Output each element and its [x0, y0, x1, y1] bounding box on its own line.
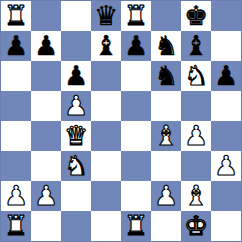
square-b4[interactable]	[31, 121, 61, 151]
square-e6[interactable]	[121, 61, 151, 91]
square-b2[interactable]: ♟	[31, 181, 61, 211]
square-d1[interactable]	[91, 211, 121, 241]
square-f4[interactable]: ♝	[151, 121, 181, 151]
square-a3[interactable]	[1, 151, 31, 181]
black-pawn-e7[interactable]: ♟	[124, 32, 148, 59]
white-rook-e8[interactable]: ♜	[124, 2, 148, 29]
white-pawn-a2[interactable]: ♟	[4, 182, 28, 209]
square-b1[interactable]	[31, 211, 61, 241]
white-rook-a8[interactable]: ♜	[4, 2, 28, 29]
square-h2[interactable]	[211, 181, 241, 211]
square-d7[interactable]: ♝	[91, 31, 121, 61]
square-d8[interactable]: ♛	[91, 1, 121, 31]
white-king-g1[interactable]: ♚	[184, 212, 208, 239]
square-c3[interactable]: ♞	[61, 151, 91, 181]
square-f8[interactable]	[151, 1, 181, 31]
square-h8[interactable]	[211, 1, 241, 31]
square-e1[interactable]: ♜	[121, 211, 151, 241]
square-a1[interactable]: ♜	[1, 211, 31, 241]
square-e2[interactable]	[121, 181, 151, 211]
square-c8[interactable]	[61, 1, 91, 31]
square-d6[interactable]	[91, 61, 121, 91]
white-bishop-f4[interactable]: ♝	[154, 122, 178, 149]
square-g5[interactable]	[181, 91, 211, 121]
square-b8[interactable]	[31, 1, 61, 31]
square-h4[interactable]	[211, 121, 241, 151]
black-king-g8[interactable]: ♚	[184, 2, 208, 29]
square-a7[interactable]: ♟	[1, 31, 31, 61]
square-f2[interactable]: ♟	[151, 181, 181, 211]
white-pawn-b2[interactable]: ♟	[34, 182, 58, 209]
black-queen-d8[interactable]: ♛	[94, 2, 118, 29]
square-a8[interactable]: ♜	[1, 1, 31, 31]
square-c7[interactable]	[61, 31, 91, 61]
square-g6[interactable]: ♞	[181, 61, 211, 91]
square-f5[interactable]	[151, 91, 181, 121]
square-f3[interactable]	[151, 151, 181, 181]
square-e4[interactable]	[121, 121, 151, 151]
square-c2[interactable]	[61, 181, 91, 211]
square-e5[interactable]	[121, 91, 151, 121]
square-h7[interactable]	[211, 31, 241, 61]
square-b3[interactable]	[31, 151, 61, 181]
square-b6[interactable]	[31, 61, 61, 91]
black-bishop-d7[interactable]: ♝	[94, 32, 118, 59]
square-d5[interactable]	[91, 91, 121, 121]
square-d2[interactable]	[91, 181, 121, 211]
square-d3[interactable]	[91, 151, 121, 181]
square-h3[interactable]: ♟	[211, 151, 241, 181]
square-g1[interactable]: ♚	[181, 211, 211, 241]
black-pawn-b7[interactable]: ♟	[34, 32, 58, 59]
square-a2[interactable]: ♟	[1, 181, 31, 211]
white-queen-c4[interactable]: ♛	[64, 122, 88, 149]
black-pawn-a7[interactable]: ♟	[4, 32, 28, 59]
square-h6[interactable]: ♟	[211, 61, 241, 91]
square-f1[interactable]	[151, 211, 181, 241]
square-g7[interactable]: ♝	[181, 31, 211, 61]
square-c5[interactable]: ♟	[61, 91, 91, 121]
square-a4[interactable]	[1, 121, 31, 151]
square-f6[interactable]: ♞	[151, 61, 181, 91]
square-e3[interactable]	[121, 151, 151, 181]
chess-board-container: ♜♛♜♚♟♟♝♟♞♝♟♞♞♟♟♛♝♟♞♟♟♟♟♝♜♜♚	[0, 0, 242, 242]
black-pawn-h6[interactable]: ♟	[214, 62, 238, 89]
white-rook-e1[interactable]: ♜	[124, 212, 148, 239]
square-b5[interactable]	[31, 91, 61, 121]
square-c1[interactable]	[61, 211, 91, 241]
white-pawn-g4[interactable]: ♟	[184, 122, 208, 149]
white-knight-g6[interactable]: ♞	[184, 62, 208, 89]
square-h1[interactable]	[211, 211, 241, 241]
white-bishop-g2[interactable]: ♝	[184, 182, 208, 209]
square-h5[interactable]	[211, 91, 241, 121]
square-g8[interactable]: ♚	[181, 1, 211, 31]
square-g4[interactable]: ♟	[181, 121, 211, 151]
square-f7[interactable]: ♞	[151, 31, 181, 61]
black-pawn-c6[interactable]: ♟	[64, 62, 88, 89]
black-knight-f6[interactable]: ♞	[154, 62, 178, 89]
chess-board: ♜♛♜♚♟♟♝♟♞♝♟♞♞♟♟♛♝♟♞♟♟♟♟♝♜♜♚	[0, 0, 242, 242]
square-e7[interactable]: ♟	[121, 31, 151, 61]
square-a6[interactable]	[1, 61, 31, 91]
square-a5[interactable]	[1, 91, 31, 121]
white-pawn-c5[interactable]: ♟	[64, 92, 88, 119]
white-pawn-h3[interactable]: ♟	[214, 152, 238, 179]
square-g3[interactable]	[181, 151, 211, 181]
square-g2[interactable]: ♝	[181, 181, 211, 211]
white-knight-c3[interactable]: ♞	[64, 152, 88, 179]
square-d4[interactable]	[91, 121, 121, 151]
black-knight-f7[interactable]: ♞	[154, 32, 178, 59]
square-c6[interactable]: ♟	[61, 61, 91, 91]
black-bishop-g7[interactable]: ♝	[184, 32, 208, 59]
white-pawn-f2[interactable]: ♟	[154, 182, 178, 209]
square-e8[interactable]: ♜	[121, 1, 151, 31]
square-c4[interactable]: ♛	[61, 121, 91, 151]
white-rook-a1[interactable]: ♜	[4, 212, 28, 239]
square-b7[interactable]: ♟	[31, 31, 61, 61]
